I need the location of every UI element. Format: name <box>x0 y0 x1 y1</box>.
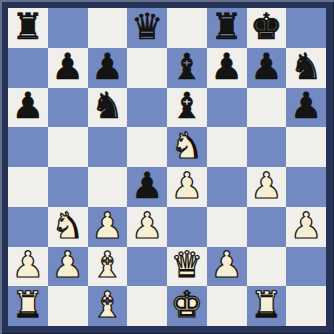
square-g4[interactable]: ♟ <box>247 167 287 207</box>
white-pawn-icon: ♟ <box>51 247 83 283</box>
square-a7[interactable] <box>8 48 48 88</box>
square-a5[interactable] <box>8 127 48 167</box>
black-pawn-icon: ♟ <box>210 49 242 85</box>
square-g3[interactable] <box>247 207 287 247</box>
square-g5[interactable] <box>247 127 287 167</box>
square-b5[interactable] <box>48 127 88 167</box>
black-bishop-icon: ♝ <box>171 88 203 124</box>
square-e7[interactable]: ♝ <box>167 48 207 88</box>
white-pawn-icon: ♟ <box>290 208 322 244</box>
square-g6[interactable] <box>247 88 287 128</box>
square-b2[interactable]: ♟ <box>48 247 88 287</box>
white-pawn-icon: ♟ <box>171 168 203 204</box>
square-b4[interactable] <box>48 167 88 207</box>
white-bishop-icon: ♝ <box>91 247 123 283</box>
square-b6[interactable] <box>48 88 88 128</box>
square-h5[interactable] <box>286 127 326 167</box>
square-f3[interactable] <box>207 207 247 247</box>
square-c1[interactable]: ♝ <box>88 286 128 326</box>
square-e6[interactable]: ♝ <box>167 88 207 128</box>
black-pawn-icon: ♟ <box>131 168 163 204</box>
white-pawn-icon: ♟ <box>91 208 123 244</box>
black-pawn-icon: ♟ <box>12 88 44 124</box>
black-king-icon: ♚ <box>250 9 282 45</box>
white-bishop-icon: ♝ <box>91 287 123 323</box>
white-pawn-icon: ♟ <box>210 247 242 283</box>
square-g8[interactable]: ♚ <box>247 8 287 48</box>
white-pawn-icon: ♟ <box>250 168 282 204</box>
square-c7[interactable]: ♟ <box>88 48 128 88</box>
square-h3[interactable]: ♟ <box>286 207 326 247</box>
square-a4[interactable] <box>8 167 48 207</box>
square-d1[interactable] <box>127 286 167 326</box>
square-g2[interactable] <box>247 247 287 287</box>
square-f2[interactable]: ♟ <box>207 247 247 287</box>
square-c2[interactable]: ♝ <box>88 247 128 287</box>
white-knight-icon: ♞ <box>51 208 83 244</box>
black-pawn-icon: ♟ <box>51 49 83 85</box>
square-e8[interactable] <box>167 8 207 48</box>
square-a2[interactable]: ♟ <box>8 247 48 287</box>
white-rook-icon: ♜ <box>12 287 44 323</box>
square-d8[interactable]: ♛ <box>127 8 167 48</box>
black-rook-icon: ♜ <box>12 9 44 45</box>
square-h1[interactable] <box>286 286 326 326</box>
black-pawn-icon: ♟ <box>250 49 282 85</box>
white-pawn-icon: ♟ <box>131 208 163 244</box>
square-a6[interactable]: ♟ <box>8 88 48 128</box>
square-c5[interactable] <box>88 127 128 167</box>
square-b3[interactable]: ♞ <box>48 207 88 247</box>
square-g1[interactable]: ♜ <box>247 286 287 326</box>
square-e1[interactable]: ♚ <box>167 286 207 326</box>
square-b1[interactable] <box>48 286 88 326</box>
square-d6[interactable] <box>127 88 167 128</box>
square-b8[interactable] <box>48 8 88 48</box>
black-rook-icon: ♜ <box>210 9 242 45</box>
square-e5[interactable]: ♞ <box>167 127 207 167</box>
black-pawn-icon: ♟ <box>290 88 322 124</box>
square-d5[interactable] <box>127 127 167 167</box>
square-c3[interactable]: ♟ <box>88 207 128 247</box>
square-h8[interactable] <box>286 8 326 48</box>
square-f4[interactable] <box>207 167 247 207</box>
square-e3[interactable] <box>167 207 207 247</box>
black-queen-icon: ♛ <box>131 9 163 45</box>
black-bishop-icon: ♝ <box>171 49 203 85</box>
square-d2[interactable] <box>127 247 167 287</box>
square-c4[interactable] <box>88 167 128 207</box>
chess-board: ♜♛♜♚♟♟♝♟♟♞♟♞♝♟♞♟♟♟♞♟♟♟♟♟♝♛♟♜♝♚♜ <box>8 8 326 326</box>
board-frame: ♜♛♜♚♟♟♝♟♟♞♟♞♝♟♞♟♟♟♞♟♟♟♟♟♝♛♟♜♝♚♜ <box>0 0 334 334</box>
square-f7[interactable]: ♟ <box>207 48 247 88</box>
square-d4[interactable]: ♟ <box>127 167 167 207</box>
white-rook-icon: ♜ <box>250 287 282 323</box>
square-b7[interactable]: ♟ <box>48 48 88 88</box>
square-a1[interactable]: ♜ <box>8 286 48 326</box>
square-g7[interactable]: ♟ <box>247 48 287 88</box>
square-h6[interactable]: ♟ <box>286 88 326 128</box>
square-f8[interactable]: ♜ <box>207 8 247 48</box>
white-queen-icon: ♛ <box>171 247 203 283</box>
square-h4[interactable] <box>286 167 326 207</box>
white-king-icon: ♚ <box>171 287 203 323</box>
square-h7[interactable]: ♞ <box>286 48 326 88</box>
square-a8[interactable]: ♜ <box>8 8 48 48</box>
black-knight-icon: ♞ <box>91 88 123 124</box>
square-c8[interactable] <box>88 8 128 48</box>
square-e2[interactable]: ♛ <box>167 247 207 287</box>
square-f5[interactable] <box>207 127 247 167</box>
square-a3[interactable] <box>8 207 48 247</box>
square-c6[interactable]: ♞ <box>88 88 128 128</box>
black-knight-icon: ♞ <box>290 49 322 85</box>
white-knight-icon: ♞ <box>171 128 203 164</box>
square-e4[interactable]: ♟ <box>167 167 207 207</box>
square-f1[interactable] <box>207 286 247 326</box>
square-d7[interactable] <box>127 48 167 88</box>
square-f6[interactable] <box>207 88 247 128</box>
black-pawn-icon: ♟ <box>91 49 123 85</box>
square-d3[interactable]: ♟ <box>127 207 167 247</box>
white-pawn-icon: ♟ <box>12 247 44 283</box>
square-h2[interactable] <box>286 247 326 287</box>
